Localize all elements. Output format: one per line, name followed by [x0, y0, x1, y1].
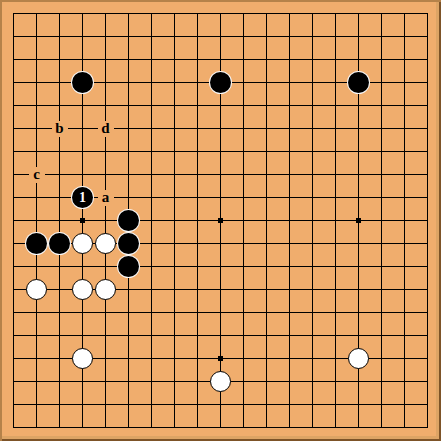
white-stone: [72, 348, 93, 369]
star-point: [218, 356, 223, 361]
board-label-b: b: [52, 121, 68, 137]
move-number: 1: [72, 187, 93, 208]
black-stone: [49, 233, 70, 254]
black-stone: [118, 256, 139, 277]
board-label-c: c: [29, 167, 45, 183]
star-point: [218, 218, 223, 223]
black-stone: [26, 233, 47, 254]
black-stone: [118, 210, 139, 231]
black-stone: [72, 72, 93, 93]
white-stone: [26, 279, 47, 300]
black-stone: [118, 233, 139, 254]
white-stone: [72, 279, 93, 300]
black-stone: [210, 72, 231, 93]
black-stone: [348, 72, 369, 93]
board-label-a: a: [98, 190, 114, 206]
board-label-d: d: [98, 121, 114, 137]
star-point: [80, 218, 85, 223]
white-stone: [210, 371, 231, 392]
white-stone: [72, 233, 93, 254]
white-stone: [348, 348, 369, 369]
move-1-stone: 1: [72, 187, 93, 208]
go-board[interactable]: abcd1: [0, 0, 441, 441]
star-point: [356, 218, 361, 223]
white-stone: [95, 279, 116, 300]
white-stone: [95, 233, 116, 254]
